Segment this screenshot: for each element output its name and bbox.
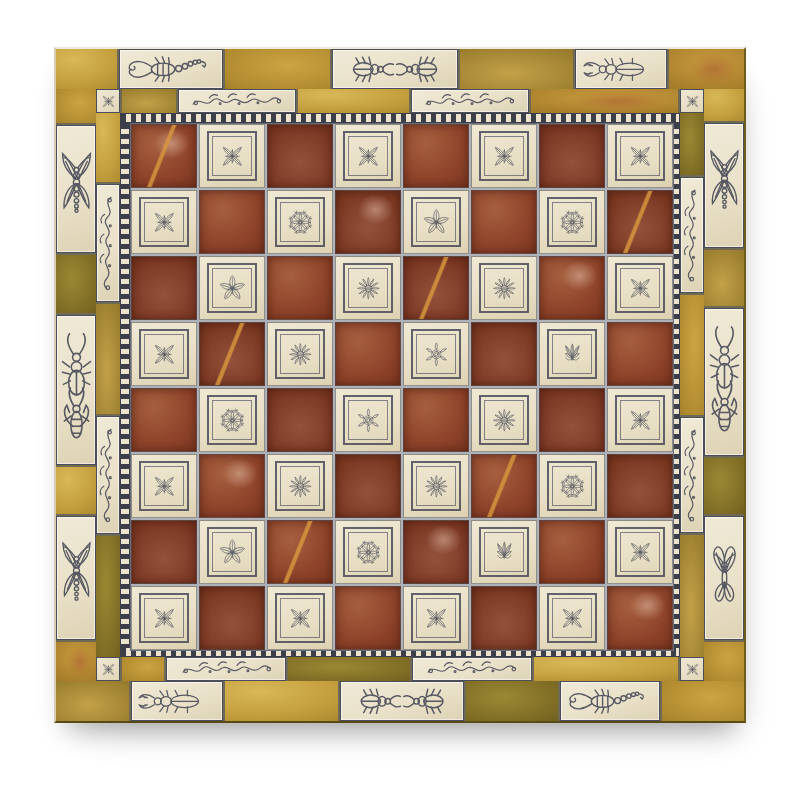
medallion-inner-frame	[144, 202, 184, 242]
square-a3[interactable]	[131, 454, 197, 518]
medallion-frame	[207, 527, 257, 577]
wheel-motif-icon	[556, 206, 589, 239]
medallion-inner-frame	[144, 334, 184, 374]
medallion-inner-frame	[280, 598, 320, 638]
square-f6[interactable]	[471, 256, 537, 320]
medallion-frame	[479, 527, 529, 577]
medallion-frame	[479, 395, 529, 445]
square-f2[interactable]	[471, 520, 537, 584]
scorpion-icon	[124, 53, 218, 86]
square-g3[interactable]	[539, 454, 605, 518]
square-f4[interactable]	[471, 388, 537, 452]
amber-tile	[96, 113, 120, 182]
long-beetles-plaque	[704, 308, 744, 456]
medallion-frame	[615, 131, 665, 181]
long-beetles-icon	[59, 326, 94, 453]
medallion-frame	[343, 263, 393, 313]
square-g8[interactable]	[539, 124, 605, 188]
square-e5[interactable]	[403, 322, 469, 386]
amber-tile	[225, 681, 338, 721]
square-h2[interactable]	[607, 520, 673, 584]
sunflower-motif-icon	[488, 404, 521, 437]
vine-scroll-icon	[416, 92, 523, 111]
square-f8[interactable]	[471, 124, 537, 188]
medallion-inner-frame	[212, 400, 252, 440]
checker-band-top	[120, 113, 680, 123]
square-f5[interactable]	[471, 322, 537, 386]
medallion-inner-frame	[416, 202, 456, 242]
amber-tile	[704, 250, 744, 307]
long-beetles-icon	[707, 320, 742, 446]
amber-tile	[669, 49, 744, 89]
leafstar-motif-icon	[148, 602, 181, 635]
square-a2[interactable]	[131, 520, 197, 584]
square-b4[interactable]	[199, 388, 265, 452]
corner-rosette-tile	[96, 89, 120, 113]
square-g1[interactable]	[539, 586, 605, 650]
medallion-inner-frame	[348, 400, 388, 440]
leafstar-motif-icon	[624, 272, 657, 305]
square-d1[interactable]	[335, 586, 401, 650]
vine-scroll-plaque	[96, 184, 120, 302]
wheel-motif-icon	[556, 470, 589, 503]
square-f3[interactable]	[471, 454, 537, 518]
medallion-inner-frame	[144, 598, 184, 638]
square-g6[interactable]	[539, 256, 605, 320]
border-outer-left	[56, 89, 96, 681]
lotus-motif-icon	[556, 338, 589, 371]
leafstar8-motif-icon	[488, 140, 521, 173]
medallion-frame	[343, 395, 393, 445]
wheel-motif-icon	[284, 206, 317, 239]
scorpion-plaque	[119, 49, 223, 89]
medallion-frame	[479, 263, 529, 313]
medallion-inner-frame	[348, 532, 388, 572]
medallion-inner-frame	[416, 466, 456, 506]
medallion-inner-frame	[484, 268, 524, 308]
long-beetles-plaque	[56, 315, 96, 465]
stag-beetle-plaque	[575, 49, 667, 89]
medallion-inner-frame	[280, 334, 320, 374]
stag-beetle-icon	[580, 53, 663, 86]
medallion-frame	[207, 395, 257, 445]
rosette-icon	[99, 660, 118, 679]
square-c6[interactable]	[267, 256, 333, 320]
wheel-motif-icon	[352, 536, 385, 569]
border-inner-top	[96, 89, 704, 113]
medallion-inner-frame	[552, 466, 592, 506]
square-c8[interactable]	[267, 124, 333, 188]
vine-scroll-plaque	[178, 89, 296, 113]
chess-board	[54, 47, 746, 723]
medallion-frame	[411, 329, 461, 379]
square-h1[interactable]	[607, 586, 673, 650]
medallion-inner-frame	[620, 136, 660, 176]
medallion-inner-frame	[620, 532, 660, 572]
sunflower-motif-icon	[488, 272, 521, 305]
square-c2[interactable]	[267, 520, 333, 584]
medallion-frame	[411, 593, 461, 643]
leafstar-motif-icon	[556, 602, 589, 635]
square-a7[interactable]	[131, 190, 197, 254]
vine-scroll-plaque	[411, 89, 529, 113]
square-f7[interactable]	[471, 190, 537, 254]
amber-tile	[662, 681, 744, 721]
amber-tile	[56, 49, 117, 89]
square-b2[interactable]	[199, 520, 265, 584]
amber-tile	[680, 295, 704, 415]
amber-tile	[122, 89, 176, 113]
blossom-motif-icon	[420, 206, 453, 239]
medallion-frame	[547, 461, 597, 511]
amber-tile	[704, 458, 744, 514]
medallion-frame	[207, 131, 257, 181]
medallion-frame	[411, 461, 461, 511]
medallion-inner-frame	[484, 136, 524, 176]
medallion-inner-frame	[212, 136, 252, 176]
square-d5[interactable]	[335, 322, 401, 386]
amber-tile	[680, 113, 704, 175]
square-e8[interactable]	[403, 124, 469, 188]
square-g4[interactable]	[539, 388, 605, 452]
leafstar-motif-icon	[352, 140, 385, 173]
wheel-motif-icon	[216, 404, 249, 437]
square-h5[interactable]	[607, 322, 673, 386]
moth-plaque	[56, 516, 96, 640]
rose-motif-icon	[352, 404, 385, 437]
amber-tile	[534, 657, 678, 681]
square-d7[interactable]	[335, 190, 401, 254]
rose-motif-icon	[420, 338, 453, 371]
medallion-frame	[275, 329, 325, 379]
medallion-frame	[411, 197, 461, 247]
border-outer-right	[704, 89, 744, 681]
sunflower-motif-icon	[284, 338, 317, 371]
square-d8[interactable]	[335, 124, 401, 188]
square-e7[interactable]	[403, 190, 469, 254]
border-outer-top	[56, 49, 744, 89]
leafstar-motif-icon	[284, 602, 317, 635]
medallion-frame	[479, 131, 529, 181]
square-d6[interactable]	[335, 256, 401, 320]
vine-scroll-plaque	[680, 417, 704, 533]
medallion-inner-frame	[552, 202, 592, 242]
square-d4[interactable]	[335, 388, 401, 452]
medallion-inner-frame	[280, 466, 320, 506]
photo-background	[0, 0, 800, 788]
amber-tile	[466, 681, 558, 721]
leafstar-motif-icon	[624, 404, 657, 437]
lily-motif-icon	[488, 536, 521, 569]
amber-tile	[56, 467, 96, 514]
square-h6[interactable]	[607, 256, 673, 320]
moth-icon	[59, 525, 94, 630]
scorpion-icon	[565, 685, 655, 718]
vine-scroll-icon	[98, 193, 118, 293]
corner-rosette-tile	[680, 89, 704, 113]
medallion-inner-frame	[620, 268, 660, 308]
square-a5[interactable]	[131, 322, 197, 386]
sunflower-motif-icon	[352, 272, 385, 305]
square-f1[interactable]	[471, 586, 537, 650]
square-a8[interactable]	[131, 124, 197, 188]
square-c5[interactable]	[267, 322, 333, 386]
square-d2[interactable]	[335, 520, 401, 584]
medallion-inner-frame	[484, 532, 524, 572]
vine-scroll-icon	[172, 660, 281, 679]
vine-scroll-icon	[682, 186, 702, 284]
corner-rosette-tile	[680, 657, 704, 681]
sunflower-motif-icon	[284, 470, 317, 503]
square-c3[interactable]	[267, 454, 333, 518]
leafstar-motif-icon	[148, 470, 181, 503]
medallion-frame	[615, 527, 665, 577]
leafstar-motif-icon	[148, 338, 181, 371]
amber-tile	[704, 89, 744, 121]
corner-rosette-tile	[96, 657, 120, 681]
beetle-pair-icon	[346, 685, 458, 718]
leafstar-motif-icon	[420, 602, 453, 635]
square-g5[interactable]	[539, 322, 605, 386]
scorpion-plaque	[560, 681, 660, 721]
medallion-inner-frame	[348, 268, 388, 308]
butterfly-icon	[707, 526, 742, 631]
medallion-inner-frame	[144, 466, 184, 506]
amber-tile	[288, 657, 409, 681]
medallion-frame	[547, 329, 597, 379]
square-h7[interactable]	[607, 190, 673, 254]
square-d3[interactable]	[335, 454, 401, 518]
medallion-inner-frame	[212, 268, 252, 308]
medallion-frame	[139, 329, 189, 379]
medallion-frame	[139, 197, 189, 247]
square-h8[interactable]	[607, 124, 673, 188]
moth-plaque	[704, 123, 744, 247]
vine-scroll-icon	[417, 660, 526, 679]
blossom-motif-icon	[216, 272, 249, 305]
square-g7[interactable]	[539, 190, 605, 254]
amber-tile	[460, 49, 573, 89]
square-e4[interactable]	[403, 388, 469, 452]
square-b8[interactable]	[199, 124, 265, 188]
leafstar-motif-icon	[624, 140, 657, 173]
vine-scroll-plaque	[680, 177, 704, 293]
medallion-inner-frame	[416, 598, 456, 638]
square-b3[interactable]	[199, 454, 265, 518]
butterfly-plaque	[704, 516, 744, 640]
medallion-frame	[207, 263, 257, 313]
medallion-inner-frame	[212, 532, 252, 572]
rosette-icon	[99, 92, 118, 111]
amber-tile	[96, 536, 120, 657]
medallion-frame	[275, 593, 325, 643]
amber-tile	[531, 89, 678, 113]
rosette-icon	[683, 92, 702, 111]
square-e3[interactable]	[403, 454, 469, 518]
square-h3[interactable]	[607, 454, 673, 518]
square-e6[interactable]	[403, 256, 469, 320]
vine-scroll-icon	[98, 425, 118, 525]
square-b7[interactable]	[199, 190, 265, 254]
border-inner-left	[96, 113, 120, 657]
medallion-inner-frame	[552, 334, 592, 374]
amber-tile	[96, 304, 120, 413]
medallion-inner-frame	[484, 400, 524, 440]
blossom-motif-icon	[216, 536, 249, 569]
rosette-icon	[683, 660, 702, 679]
amber-tile	[122, 657, 164, 681]
leafstar-motif-icon	[216, 140, 249, 173]
border-outer-bottom	[56, 681, 744, 721]
medallion-frame	[615, 263, 665, 313]
square-b1[interactable]	[199, 586, 265, 650]
medallion-inner-frame	[280, 202, 320, 242]
amber-tile	[56, 642, 96, 681]
checker-band-left	[120, 123, 130, 647]
square-e2[interactable]	[403, 520, 469, 584]
square-e1[interactable]	[403, 586, 469, 650]
square-a1[interactable]	[131, 586, 197, 650]
square-a4[interactable]	[131, 388, 197, 452]
amber-tile	[680, 535, 704, 657]
medallion-frame	[547, 593, 597, 643]
beetle-pair-plaque	[332, 49, 458, 89]
vine-scroll-icon	[183, 92, 290, 111]
square-h4[interactable]	[607, 388, 673, 452]
square-c7[interactable]	[267, 190, 333, 254]
amber-tile	[56, 681, 129, 721]
medallion-inner-frame	[552, 598, 592, 638]
square-b5[interactable]	[199, 322, 265, 386]
square-c1[interactable]	[267, 586, 333, 650]
leafstar-motif-icon	[624, 536, 657, 569]
square-c4[interactable]	[267, 388, 333, 452]
medallion-frame	[275, 197, 325, 247]
medallion-frame	[139, 461, 189, 511]
square-g2[interactable]	[539, 520, 605, 584]
medallion-inner-frame	[620, 400, 660, 440]
beetle-pair-plaque	[340, 681, 464, 721]
square-a6[interactable]	[131, 256, 197, 320]
beetle-pair-icon	[338, 53, 452, 86]
playing-grid	[130, 123, 674, 651]
vine-scroll-plaque	[166, 657, 286, 681]
medallion-inner-frame	[348, 136, 388, 176]
medallion-frame	[547, 197, 597, 247]
border-inner-bottom	[96, 657, 704, 681]
amber-tile	[298, 89, 409, 113]
border-inner-right	[680, 113, 704, 657]
amber-tile	[56, 89, 96, 123]
moth-icon	[707, 133, 742, 238]
amber-tile	[704, 642, 744, 681]
stag-beetle-icon	[135, 685, 218, 718]
medallion-frame	[615, 395, 665, 445]
medallion-inner-frame	[416, 334, 456, 374]
stag-beetle-plaque	[131, 681, 223, 721]
moth-icon	[59, 135, 94, 243]
amber-tile	[225, 49, 330, 89]
moth-plaque	[56, 125, 96, 253]
vine-scroll-icon	[682, 426, 702, 524]
medallion-frame	[139, 593, 189, 643]
leafstar-motif-icon	[148, 206, 181, 239]
amber-tile	[56, 255, 96, 313]
vine-scroll-plaque	[412, 657, 532, 681]
medallion-frame	[343, 131, 393, 181]
square-b6[interactable]	[199, 256, 265, 320]
sunflower-motif-icon	[420, 470, 453, 503]
medallion-frame	[275, 461, 325, 511]
vine-scroll-plaque	[96, 416, 120, 534]
medallion-frame	[343, 527, 393, 577]
